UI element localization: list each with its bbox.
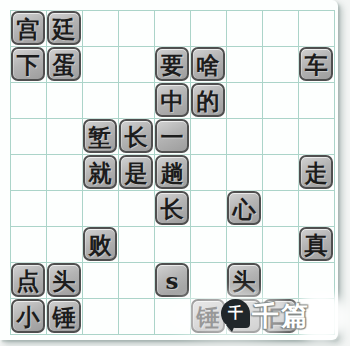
tile-s[interactable]: s bbox=[155, 263, 189, 297]
tile-头[interactable]: 头 bbox=[227, 263, 261, 297]
tile-glyph: 一 bbox=[161, 125, 184, 148]
tile-是[interactable]: 是 bbox=[119, 155, 153, 189]
tile-glyph: 长 bbox=[125, 125, 148, 148]
puzzle-board: 宫廷下蛋要啥车中的堑长一就是趟走长心败真点头s头小锤锤口 bbox=[0, 0, 338, 340]
tile-glyph: 啥 bbox=[197, 53, 220, 76]
tile-趟[interactable]: 趟 bbox=[155, 155, 189, 189]
tile-glyph: 就 bbox=[89, 161, 112, 184]
tile-glyph: 要 bbox=[161, 53, 184, 76]
tile-glyph: 锤 bbox=[197, 305, 220, 328]
tile-glyph: 下 bbox=[17, 53, 40, 76]
tile-车[interactable]: 车 bbox=[299, 47, 333, 81]
tile-glyph: 趟 bbox=[161, 161, 184, 184]
tile-glyph: 车 bbox=[305, 53, 328, 76]
tile-下[interactable]: 下 bbox=[11, 47, 45, 81]
tile-glyph: 堑 bbox=[89, 125, 112, 148]
tile-廷[interactable]: 廷 bbox=[47, 11, 81, 45]
tile-obscured[interactable] bbox=[227, 299, 261, 333]
tile-glyph: 蛋 bbox=[53, 53, 76, 76]
tile-glyph: 口 bbox=[269, 305, 292, 328]
tile-glyph: 宫 bbox=[17, 17, 40, 40]
tile-小[interactable]: 小 bbox=[11, 299, 45, 333]
board-grid: 宫廷下蛋要啥车中的堑长一就是趟走长心败真点头s头小锤锤口 bbox=[10, 10, 335, 335]
tile-glyph: 心 bbox=[233, 197, 256, 220]
tile-glyph: 头 bbox=[233, 269, 256, 292]
tile-败[interactable]: 败 bbox=[83, 227, 117, 261]
tile-glyph: 锤 bbox=[53, 305, 76, 328]
tile-glyph: 头 bbox=[53, 269, 76, 292]
tile-蛋[interactable]: 蛋 bbox=[47, 47, 81, 81]
tile-口[interactable]: 口 bbox=[263, 299, 297, 333]
tile-长[interactable]: 长 bbox=[155, 191, 189, 225]
tile-glyph: s bbox=[166, 269, 179, 292]
tile-头[interactable]: 头 bbox=[47, 263, 81, 297]
tile-点[interactable]: 点 bbox=[11, 263, 45, 297]
tile-走[interactable]: 走 bbox=[299, 155, 333, 189]
tile-glyph: 中 bbox=[161, 89, 184, 112]
tile-glyph: 真 bbox=[305, 233, 328, 256]
tile-glyph: 点 bbox=[17, 269, 40, 292]
tile-就[interactable]: 就 bbox=[83, 155, 117, 189]
tile-glyph: 败 bbox=[89, 233, 112, 256]
tile-glyph: 长 bbox=[161, 197, 184, 220]
tile-啥[interactable]: 啥 bbox=[191, 47, 225, 81]
tile-中[interactable]: 中 bbox=[155, 83, 189, 117]
tile-glyph: 是 bbox=[125, 161, 148, 184]
tile-堑[interactable]: 堑 bbox=[83, 119, 117, 153]
tile-glyph: 走 bbox=[305, 161, 328, 184]
tile-真[interactable]: 真 bbox=[299, 227, 333, 261]
tile-长[interactable]: 长 bbox=[119, 119, 153, 153]
tile-锤[interactable]: 锤 bbox=[47, 299, 81, 333]
tile-glyph: 的 bbox=[197, 89, 220, 112]
tile-要[interactable]: 要 bbox=[155, 47, 189, 81]
tile-心[interactable]: 心 bbox=[227, 191, 261, 225]
tile-一[interactable]: 一 bbox=[155, 119, 189, 153]
tile-锤[interactable]: 锤 bbox=[191, 299, 225, 333]
tile-宫[interactable]: 宫 bbox=[11, 11, 45, 45]
tile-的[interactable]: 的 bbox=[191, 83, 225, 117]
tile-glyph: 廷 bbox=[53, 17, 76, 40]
tile-glyph: 小 bbox=[17, 305, 40, 328]
